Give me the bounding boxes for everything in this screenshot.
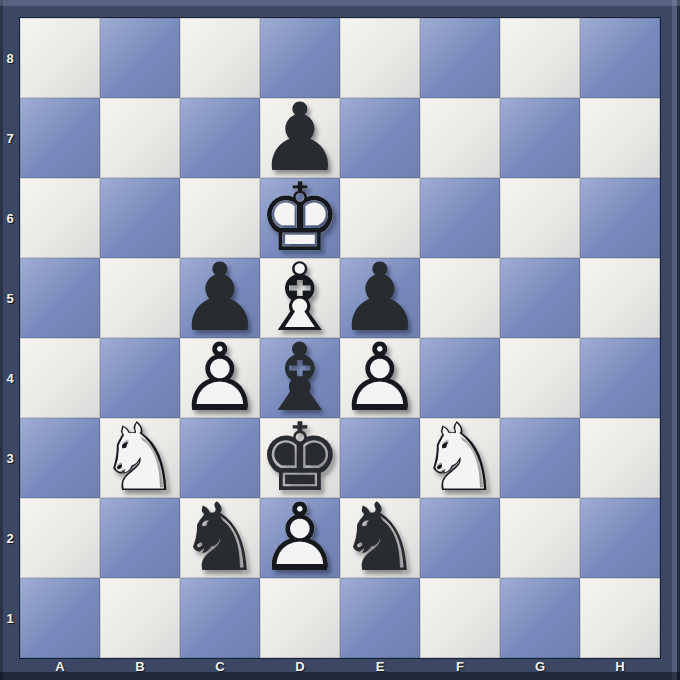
piece-white-pawn[interactable]: ♟♙ [260,498,340,578]
square-f1[interactable] [420,578,500,658]
rank-label-1: 1 [0,578,20,658]
rank-label-2: 2 [0,498,20,578]
piece-white-knight[interactable]: ♞♘ [420,418,500,498]
square-a4[interactable] [20,338,100,418]
square-g2[interactable] [500,498,580,578]
piece-black-knight[interactable]: ♞ [340,498,420,578]
rank-labels: 87654321 [0,18,20,658]
square-h3[interactable] [580,418,660,498]
file-label-b: B [100,658,180,680]
square-d2[interactable]: ♟♙ [260,498,340,578]
square-a5[interactable] [20,258,100,338]
square-a8[interactable] [20,18,100,98]
square-e8[interactable] [340,18,420,98]
square-h5[interactable] [580,258,660,338]
file-label-h: H [580,658,660,680]
file-labels: ABCDEFGH [20,658,660,680]
square-c4[interactable]: ♟♙ [180,338,260,418]
file-label-e: E [340,658,420,680]
square-g3[interactable] [500,418,580,498]
square-c8[interactable] [180,18,260,98]
square-b7[interactable] [100,98,180,178]
square-g7[interactable] [500,98,580,178]
rank-label-5: 5 [0,258,20,338]
square-c2[interactable]: ♞ [180,498,260,578]
file-label-f: F [420,658,500,680]
square-b8[interactable] [100,18,180,98]
piece-glyph-outline: ♙ [260,498,340,578]
rank-label-3: 3 [0,418,20,498]
square-b1[interactable] [100,578,180,658]
square-e2[interactable]: ♞ [340,498,420,578]
square-g6[interactable] [500,178,580,258]
square-g4[interactable] [500,338,580,418]
square-g5[interactable] [500,258,580,338]
square-b6[interactable] [100,178,180,258]
square-a1[interactable] [20,578,100,658]
square-b3[interactable]: ♞♘ [100,418,180,498]
file-label-a: A [20,658,100,680]
rank-label-4: 4 [0,338,20,418]
square-c7[interactable] [180,98,260,178]
chess-board-frame: 87654321 ♟♚♔♟♝♗♟♟♙♝♟♙♞♘♚♞♘♞♟♙♞ ABCDEFGH [0,0,680,680]
piece-white-pawn[interactable]: ♟♙ [340,338,420,418]
square-f6[interactable] [420,178,500,258]
rank-label-6: 6 [0,178,20,258]
piece-black-knight[interactable]: ♞ [180,498,260,578]
square-a6[interactable] [20,178,100,258]
piece-glyph-outline: ♙ [340,338,420,418]
rank-label-8: 8 [0,18,20,98]
square-h2[interactable] [580,498,660,578]
square-h7[interactable] [580,98,660,178]
square-a3[interactable] [20,418,100,498]
square-b5[interactable] [100,258,180,338]
square-h8[interactable] [580,18,660,98]
square-a2[interactable] [20,498,100,578]
piece-glyph-outline: ♘ [420,418,500,498]
square-h4[interactable] [580,338,660,418]
file-label-d: D [260,658,340,680]
square-g8[interactable] [500,18,580,98]
piece-glyph-outline: ♘ [100,418,180,498]
piece-glyph-outline: ♙ [180,338,260,418]
square-g1[interactable] [500,578,580,658]
piece-white-pawn[interactable]: ♟♙ [180,338,260,418]
piece-glyph: ♞ [340,498,420,578]
square-f5[interactable] [420,258,500,338]
square-f8[interactable] [420,18,500,98]
file-label-g: G [500,658,580,680]
square-a7[interactable] [20,98,100,178]
file-label-c: C [180,658,260,680]
square-h1[interactable] [580,578,660,658]
square-e4[interactable]: ♟♙ [340,338,420,418]
piece-white-knight[interactable]: ♞♘ [100,418,180,498]
square-f7[interactable] [420,98,500,178]
square-f3[interactable]: ♞♘ [420,418,500,498]
square-h6[interactable] [580,178,660,258]
chess-board: ♟♚♔♟♝♗♟♟♙♝♟♙♞♘♚♞♘♞♟♙♞ [20,18,660,658]
rank-label-7: 7 [0,98,20,178]
square-e7[interactable] [340,98,420,178]
piece-glyph: ♞ [180,498,260,578]
